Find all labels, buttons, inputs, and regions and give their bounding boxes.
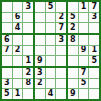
cell-r6c1[interactable] <box>2 56 12 66</box>
cell-r8c2[interactable] <box>13 79 23 89</box>
cell-r8c8[interactable]: 5 <box>79 79 89 89</box>
cell-r3c8[interactable] <box>79 23 89 33</box>
cell-r2c7[interactable]: 5 <box>68 13 78 23</box>
cell-r9c3[interactable] <box>23 89 33 99</box>
cell-r3c7[interactable]: 2 <box>68 23 78 33</box>
cell-r5c4[interactable] <box>35 46 45 56</box>
cell-r1c7[interactable] <box>68 2 78 12</box>
cell-r1c3[interactable]: 3 <box>23 2 33 12</box>
sudoku-board: 36452717532672139891523851324759 <box>0 0 101 101</box>
cell-r6c9[interactable]: 5 <box>89 56 99 66</box>
cell-r7c8[interactable]: 7 <box>79 68 89 78</box>
cell-r6c5[interactable] <box>46 56 56 66</box>
sudoku-box-1-0: 6721 <box>2 35 33 66</box>
cell-r8c3[interactable]: 8 <box>23 79 33 89</box>
cell-r9c8[interactable] <box>79 89 89 99</box>
cell-r3c3[interactable] <box>23 23 33 33</box>
cell-r2c5[interactable] <box>46 13 56 23</box>
cell-r1c5[interactable]: 5 <box>46 2 56 12</box>
cell-r4c7[interactable]: 8 <box>68 35 78 45</box>
cell-r5c5[interactable] <box>46 46 56 56</box>
cell-r4c9[interactable] <box>89 35 99 45</box>
cell-r6c8[interactable] <box>79 56 89 66</box>
cell-r7c1[interactable] <box>2 68 12 78</box>
cell-r6c6[interactable] <box>56 56 66 66</box>
cell-r8c7[interactable] <box>68 79 78 89</box>
cell-r3c1[interactable] <box>2 23 12 33</box>
sudoku-box-1-1: 39 <box>35 35 66 66</box>
cell-r2c8[interactable] <box>79 13 89 23</box>
cell-r3c6[interactable]: 7 <box>56 23 66 33</box>
cell-r9c1[interactable]: 5 <box>2 89 12 99</box>
cell-r4c8[interactable] <box>79 35 89 45</box>
cell-r1c9[interactable]: 7 <box>89 2 99 12</box>
cell-r2c6[interactable]: 2 <box>56 13 66 23</box>
cell-r5c1[interactable]: 7 <box>2 46 12 56</box>
cell-r8c6[interactable] <box>56 79 66 89</box>
cell-r9c7[interactable]: 9 <box>68 89 78 99</box>
cell-r7c6[interactable] <box>56 68 66 78</box>
cell-r7c2[interactable] <box>13 68 23 78</box>
cell-r9c6[interactable] <box>56 89 66 99</box>
cell-r8c4[interactable]: 2 <box>35 79 45 89</box>
cell-r6c3[interactable]: 1 <box>23 56 33 66</box>
cell-r9c2[interactable]: 1 <box>13 89 23 99</box>
sudoku-box-1-2: 8915 <box>68 35 99 66</box>
cell-r2c2[interactable]: 6 <box>13 13 23 23</box>
cell-r5c8[interactable]: 9 <box>79 46 89 56</box>
cell-r4c1[interactable]: 6 <box>2 35 12 45</box>
cell-r5c6[interactable] <box>56 46 66 56</box>
cell-r1c6[interactable] <box>56 2 66 12</box>
cell-r8c5[interactable] <box>46 79 56 89</box>
cell-r3c9[interactable] <box>89 23 99 33</box>
cell-r2c4[interactable] <box>35 13 45 23</box>
cell-r9c9[interactable] <box>89 89 99 99</box>
cell-r7c9[interactable] <box>89 68 99 78</box>
cell-r9c5[interactable]: 4 <box>46 89 56 99</box>
sudoku-box-2-1: 324 <box>35 68 66 99</box>
sudoku-box-2-2: 759 <box>68 68 99 99</box>
sudoku-box-2-0: 23851 <box>2 68 33 99</box>
cell-r6c4[interactable]: 9 <box>35 56 45 66</box>
cell-r1c2[interactable] <box>13 2 23 12</box>
cell-r7c4[interactable]: 3 <box>35 68 45 78</box>
cell-r2c3[interactable] <box>23 13 33 23</box>
cell-r1c1[interactable] <box>2 2 12 12</box>
cell-r7c3[interactable]: 2 <box>23 68 33 78</box>
cell-r7c5[interactable] <box>46 68 56 78</box>
sudoku-box-0-0: 364 <box>2 2 33 33</box>
cell-r5c7[interactable] <box>68 46 78 56</box>
cell-r4c3[interactable] <box>23 35 33 45</box>
cell-r8c1[interactable]: 3 <box>2 79 12 89</box>
cell-r4c5[interactable] <box>46 35 56 45</box>
cell-r4c2[interactable] <box>13 35 23 45</box>
cell-r6c2[interactable] <box>13 56 23 66</box>
cell-r2c9[interactable]: 3 <box>89 13 99 23</box>
sudoku-box-0-2: 17532 <box>68 2 99 33</box>
cell-r1c4[interactable] <box>35 2 45 12</box>
cell-r3c4[interactable] <box>35 23 45 33</box>
cell-r5c9[interactable]: 1 <box>89 46 99 56</box>
cell-r6c7[interactable] <box>68 56 78 66</box>
cell-r4c4[interactable] <box>35 35 45 45</box>
cell-r4c6[interactable]: 3 <box>56 35 66 45</box>
cell-r7c7[interactable] <box>68 68 78 78</box>
cell-r1c8[interactable]: 1 <box>79 2 89 12</box>
cell-r5c3[interactable] <box>23 46 33 56</box>
sudoku-box-0-1: 527 <box>35 2 66 33</box>
cell-r2c1[interactable] <box>2 13 12 23</box>
cell-r8c9[interactable] <box>89 79 99 89</box>
cell-r9c4[interactable] <box>35 89 45 99</box>
cell-r3c5[interactable] <box>46 23 56 33</box>
cell-r5c2[interactable]: 2 <box>13 46 23 56</box>
cell-r3c2[interactable]: 4 <box>13 23 23 33</box>
